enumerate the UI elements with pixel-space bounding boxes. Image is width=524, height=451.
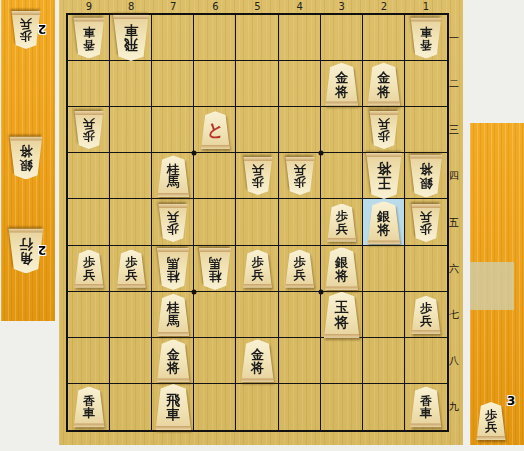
piece-kanji: 銀 xyxy=(419,176,432,189)
rank-label-9: 九 xyxy=(449,400,459,414)
rank-label-1: 一 xyxy=(449,31,459,45)
piece-kanji: 兵 xyxy=(420,210,432,222)
piece-kanji: 歩 xyxy=(378,130,390,142)
file-label-3: 3 xyxy=(339,1,345,12)
piece-kanji: 兵 xyxy=(167,210,179,222)
piece-body: 歩兵 xyxy=(285,157,315,195)
piece-kyo-gote[interactable]: 香車 xyxy=(73,18,105,59)
piece-gin-sente[interactable]: 銀将 xyxy=(325,247,359,290)
square-6-9[interactable] xyxy=(194,384,236,430)
piece-kanji: 香 xyxy=(420,38,432,50)
square-4-7[interactable] xyxy=(279,292,321,338)
rank-label-3: 三 xyxy=(449,123,459,137)
piece-body: 金将 xyxy=(241,339,275,382)
piece-body: 歩兵 xyxy=(243,250,273,288)
piece-fu-sente[interactable]: 歩兵 xyxy=(116,250,146,288)
piece-kanji: 兵 xyxy=(336,223,348,235)
rank-label-8: 八 xyxy=(449,354,459,368)
square-7-2[interactable] xyxy=(152,61,194,107)
square-9-2[interactable] xyxy=(68,61,110,107)
square-6-5[interactable] xyxy=(194,199,236,245)
piece-body: 金将 xyxy=(325,63,359,106)
piece-kanji: 将 xyxy=(377,223,390,236)
piece-body: 金将 xyxy=(367,63,401,106)
piece-fu-gote[interactable]: 歩兵 xyxy=(74,111,104,149)
star-dot xyxy=(192,151,197,156)
square-9-5[interactable] xyxy=(68,199,110,245)
square-2-1[interactable] xyxy=(363,15,405,61)
rank-label-5: 五 xyxy=(449,216,459,230)
piece-kanji: 玉 xyxy=(335,300,349,314)
square-8-7[interactable] xyxy=(110,292,152,338)
piece-kanji: 車 xyxy=(420,407,432,419)
piece-kanji: 飛 xyxy=(124,38,138,52)
square-8-9[interactable] xyxy=(110,384,152,430)
piece-kanji: 車 xyxy=(420,26,432,38)
square-8-8[interactable] xyxy=(110,338,152,384)
piece-kei-gote[interactable]: 桂馬 xyxy=(157,248,190,290)
shogi-app: 987654321 一二三四五六七八九 香車飛車香車金将金将歩兵と歩兵桂馬歩兵歩… xyxy=(0,0,524,451)
square-6-4[interactable] xyxy=(194,153,236,199)
square-4-2[interactable] xyxy=(279,61,321,107)
piece-kanji: 香 xyxy=(420,395,432,407)
square-8-3[interactable] xyxy=(110,107,152,153)
piece-fu-gote[interactable]: 歩兵 xyxy=(369,111,399,149)
piece-body: 桂馬 xyxy=(199,248,232,290)
piece-kanji: 銀 xyxy=(20,158,33,171)
piece-kanji: 歩 xyxy=(167,223,179,235)
piece-kei-gote[interactable]: 桂馬 xyxy=(199,248,232,290)
piece-kanji: 角 xyxy=(19,251,33,265)
piece-fu-sente[interactable]: 歩兵 xyxy=(327,204,357,242)
piece-kanji: 将 xyxy=(419,163,432,176)
square-5-3[interactable] xyxy=(236,107,278,153)
piece-kanji: 歩 xyxy=(252,176,264,188)
piece-kanji: 将 xyxy=(377,162,391,176)
piece-kanji: 銀 xyxy=(335,255,348,268)
piece-fu-sente[interactable]: 歩兵 xyxy=(411,296,441,334)
piece-kin-sente[interactable]: 金将 xyxy=(325,63,359,106)
piece-fu-sente[interactable]: 歩兵 xyxy=(285,250,315,288)
piece-kanji: 金 xyxy=(377,71,390,84)
piece-body: 歩兵 xyxy=(74,111,104,149)
piece-gin-gote[interactable]: 銀将 xyxy=(9,137,43,180)
square-3-9[interactable] xyxy=(321,384,363,430)
piece-body: 歩兵 xyxy=(285,250,315,288)
square-7-3[interactable] xyxy=(152,107,194,153)
square-5-2[interactable] xyxy=(236,61,278,107)
piece-body: 歩兵 xyxy=(74,250,104,288)
piece-kanji: 馬 xyxy=(167,256,180,269)
piece-kanji: 王 xyxy=(377,176,391,190)
piece-kanji: 金 xyxy=(251,348,264,361)
piece-kanji: 兵 xyxy=(20,18,32,30)
square-6-8[interactable] xyxy=(194,338,236,384)
square-5-7[interactable] xyxy=(236,292,278,338)
piece-kanji: 兵 xyxy=(83,269,95,281)
file-label-4: 4 xyxy=(296,1,302,12)
piece-kanji: 金 xyxy=(167,348,180,361)
piece-body: 銀将 xyxy=(409,155,443,198)
piece-fu-sente[interactable]: 歩兵 xyxy=(243,250,273,288)
piece-kin-sente[interactable]: 金将 xyxy=(241,339,275,382)
piece-kanji: 馬 xyxy=(167,315,180,328)
square-3-4[interactable] xyxy=(321,153,363,199)
piece-kanji: 兵 xyxy=(252,164,264,176)
piece-kanji: 兵 xyxy=(378,118,390,130)
piece-body: 飛車 xyxy=(113,15,150,61)
piece-kanji: 歩 xyxy=(420,223,432,235)
square-6-1[interactable] xyxy=(194,15,236,61)
piece-kanji: 兵 xyxy=(125,269,137,281)
piece-body: 歩兵 xyxy=(476,402,506,440)
piece-kanji: 将 xyxy=(335,269,348,282)
square-4-9[interactable] xyxy=(279,384,321,430)
square-6-7[interactable] xyxy=(194,292,236,338)
piece-kanji: 銀 xyxy=(377,209,390,222)
piece-fu-sente[interactable]: 歩兵 xyxy=(476,402,506,440)
piece-ou-gote[interactable]: 王将 xyxy=(365,153,402,199)
piece-kanji: 兵 xyxy=(420,315,432,327)
piece-kanji: 車 xyxy=(83,407,95,419)
piece-fu-gote[interactable]: 歩兵 xyxy=(411,204,441,242)
piece-fu-gote[interactable]: 歩兵 xyxy=(158,204,188,242)
square-5-1[interactable] xyxy=(236,15,278,61)
square-4-3[interactable] xyxy=(279,107,321,153)
piece-kanji: 飛 xyxy=(166,393,180,407)
square-8-5[interactable] xyxy=(110,199,152,245)
square-9-7[interactable] xyxy=(68,292,110,338)
piece-tokin-sente[interactable]: と xyxy=(200,111,230,149)
piece-body: 香車 xyxy=(73,18,105,59)
piece-body: 歩兵 xyxy=(369,111,399,149)
square-4-5[interactable] xyxy=(279,199,321,245)
piece-body: 歩兵 xyxy=(116,250,146,288)
piece-body: 歩兵 xyxy=(327,204,357,242)
piece-body: 歩兵 xyxy=(411,204,441,242)
piece-body: 銀将 xyxy=(9,137,43,180)
piece-kanji: 兵 xyxy=(83,118,95,130)
piece-body: 銀将 xyxy=(325,247,359,290)
star-dot xyxy=(192,289,197,294)
piece-kin-sente[interactable]: 金将 xyxy=(367,63,401,106)
file-label-7: 7 xyxy=(170,1,176,12)
piece-body: 香車 xyxy=(410,18,442,59)
rank-label-6: 六 xyxy=(449,262,459,276)
piece-kanji: 兵 xyxy=(294,164,306,176)
piece-kanji: 将 xyxy=(377,84,390,97)
piece-body: 歩兵 xyxy=(158,204,188,242)
captured-count: 2 xyxy=(38,243,46,257)
square-1-2[interactable] xyxy=(405,61,447,107)
piece-kanji: 馬 xyxy=(167,176,180,189)
square-8-4[interactable] xyxy=(110,153,152,199)
square-1-8[interactable] xyxy=(405,338,447,384)
square-9-8[interactable] xyxy=(68,338,110,384)
square-2-8[interactable] xyxy=(363,338,405,384)
piece-kanji: 車 xyxy=(83,26,95,38)
piece-body: と xyxy=(200,111,230,149)
square-9-4[interactable] xyxy=(68,153,110,199)
piece-kanji: 兵 xyxy=(485,421,497,433)
piece-body: 銀将 xyxy=(367,201,401,244)
piece-hisha-gote[interactable]: 飛車 xyxy=(113,15,150,61)
piece-gyoku-sente[interactable]: 玉将 xyxy=(323,292,360,338)
square-3-8[interactable] xyxy=(321,338,363,384)
piece-gin-gote[interactable]: 銀将 xyxy=(409,155,443,198)
piece-kanji: 馬 xyxy=(209,256,222,269)
piece-kin-sente[interactable]: 金将 xyxy=(156,339,190,382)
piece-fu-gote[interactable]: 歩兵 xyxy=(243,157,273,195)
square-1-3[interactable] xyxy=(405,107,447,153)
rank-label-2: 二 xyxy=(449,77,459,91)
square-2-7[interactable] xyxy=(363,292,405,338)
square-5-5[interactable] xyxy=(236,199,278,245)
piece-kanji: 歩 xyxy=(294,176,306,188)
square-5-9[interactable] xyxy=(236,384,278,430)
piece-fu-gote[interactable]: 歩兵 xyxy=(285,157,315,195)
piece-body: 金将 xyxy=(156,339,190,382)
piece-kanji: 将 xyxy=(335,315,349,329)
square-4-1[interactable] xyxy=(279,15,321,61)
file-label-2: 2 xyxy=(381,1,387,12)
piece-kanji: 兵 xyxy=(294,269,306,281)
piece-kanji: 香 xyxy=(83,395,95,407)
piece-kanji: 歩 xyxy=(20,30,32,42)
piece-body: 玉将 xyxy=(323,292,360,338)
square-2-9[interactable] xyxy=(363,384,405,430)
file-label-8: 8 xyxy=(128,1,134,12)
file-label-5: 5 xyxy=(254,1,260,12)
piece-body: 歩兵 xyxy=(243,157,273,195)
piece-fu-gote[interactable]: 歩兵 xyxy=(11,11,41,49)
piece-body: 桂馬 xyxy=(157,248,190,290)
square-3-3[interactable] xyxy=(321,107,363,153)
piece-body: 桂馬 xyxy=(157,155,190,197)
piece-kanji: 行 xyxy=(19,237,33,251)
hand-slot-highlight xyxy=(470,262,514,310)
piece-kyo-sente[interactable]: 香車 xyxy=(410,386,442,427)
file-label-6: 6 xyxy=(212,1,218,12)
piece-kanji: 香 xyxy=(83,38,95,50)
piece-hisha-sente[interactable]: 飛車 xyxy=(155,384,192,430)
piece-kanji: 将 xyxy=(251,361,264,374)
star-dot xyxy=(318,151,323,156)
piece-kyo-gote[interactable]: 香車 xyxy=(410,18,442,59)
piece-kanji: と xyxy=(207,122,224,139)
piece-body: 香車 xyxy=(410,386,442,427)
piece-gin-sente[interactable]: 銀将 xyxy=(367,201,401,244)
piece-kanji: 兵 xyxy=(252,269,264,281)
captured-count: 3 xyxy=(507,394,515,408)
piece-body: 香車 xyxy=(73,386,105,427)
piece-fu-sente[interactable]: 歩兵 xyxy=(74,250,104,288)
piece-kanji: 将 xyxy=(167,361,180,374)
piece-kei-sente[interactable]: 桂馬 xyxy=(157,155,190,197)
piece-body: 飛車 xyxy=(155,384,192,430)
square-7-1[interactable] xyxy=(152,15,194,61)
piece-kanji: 歩 xyxy=(83,130,95,142)
square-4-8[interactable] xyxy=(279,338,321,384)
rank-label-7: 七 xyxy=(449,308,459,322)
piece-kanji: 将 xyxy=(335,84,348,97)
piece-body: 歩兵 xyxy=(11,11,41,49)
piece-body: 歩兵 xyxy=(411,296,441,334)
square-6-2[interactable] xyxy=(194,61,236,107)
piece-kanji: 車 xyxy=(166,407,180,421)
piece-kyo-sente[interactable]: 香車 xyxy=(73,386,105,427)
square-1-6[interactable] xyxy=(405,246,447,292)
rank-label-4: 四 xyxy=(449,169,459,183)
square-8-2[interactable] xyxy=(110,61,152,107)
square-3-1[interactable] xyxy=(321,15,363,61)
square-2-6[interactable] xyxy=(363,246,405,292)
piece-kanji: 車 xyxy=(124,24,138,38)
piece-kanji: 金 xyxy=(335,71,348,84)
file-label-1: 1 xyxy=(423,1,429,12)
piece-kanji: 将 xyxy=(20,145,33,158)
captured-count: 2 xyxy=(38,22,46,36)
piece-body: 王将 xyxy=(365,153,402,199)
file-label-9: 9 xyxy=(86,1,92,12)
piece-body: 桂馬 xyxy=(157,294,190,336)
piece-kei-sente[interactable]: 桂馬 xyxy=(157,294,190,336)
